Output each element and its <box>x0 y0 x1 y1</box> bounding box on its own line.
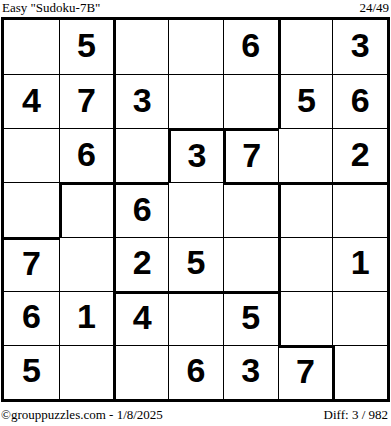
cell-r7c6: 7 <box>278 345 333 399</box>
copyright-text: ©grouppuzzles.com - 1/8/2025 <box>1 408 163 422</box>
cell-r2c2: 7 <box>59 74 114 128</box>
cell-r4c1[interactable] <box>4 182 59 236</box>
sudoku-board: 5634735663726725161455637 <box>1 17 390 402</box>
page-title: Easy "Sudoku-7B" <box>2 1 100 15</box>
cell-r5c6[interactable] <box>278 237 333 291</box>
cell-r5c5[interactable] <box>223 237 278 291</box>
cell-r6c2: 1 <box>59 291 114 345</box>
cell-r3c4: 3 <box>168 128 223 182</box>
cell-r1c4[interactable] <box>168 20 223 74</box>
cell-r4c2[interactable] <box>59 182 114 236</box>
cell-r6c1: 6 <box>4 291 59 345</box>
cell-r6c7[interactable] <box>332 291 387 345</box>
cell-r1c1[interactable] <box>4 20 59 74</box>
cell-r6c6[interactable] <box>278 291 333 345</box>
cell-r7c5: 3 <box>223 345 278 399</box>
cell-r3c7: 2 <box>332 128 387 182</box>
cell-r3c5: 7 <box>223 128 278 182</box>
cell-r5c1: 7 <box>4 237 59 291</box>
cell-r5c4: 5 <box>168 237 223 291</box>
cell-r6c4[interactable] <box>168 291 223 345</box>
cell-r6c5: 5 <box>223 291 278 345</box>
cell-r5c2[interactable] <box>59 237 114 291</box>
cell-r1c6[interactable] <box>278 20 333 74</box>
cell-r1c3[interactable] <box>113 20 168 74</box>
difficulty-text: Diff: 3 / 982 <box>324 408 388 422</box>
cell-r3c1[interactable] <box>4 128 59 182</box>
header: Easy "Sudoku-7B" 24/49 <box>0 0 391 17</box>
footer: ©grouppuzzles.com - 1/8/2025 Diff: 3 / 9… <box>0 402 391 422</box>
cell-r2c7: 6 <box>332 74 387 128</box>
cell-r4c5[interactable] <box>223 182 278 236</box>
cell-r2c5[interactable] <box>223 74 278 128</box>
cell-r3c3[interactable] <box>113 128 168 182</box>
cell-r3c6[interactable] <box>278 128 333 182</box>
cell-r7c3[interactable] <box>113 345 168 399</box>
cell-r3c2: 6 <box>59 128 114 182</box>
cell-r2c3: 3 <box>113 74 168 128</box>
puzzle-counter: 24/49 <box>359 1 389 15</box>
cell-r6c3: 4 <box>113 291 168 345</box>
cell-r1c7: 3 <box>332 20 387 74</box>
cell-r5c3: 2 <box>113 237 168 291</box>
cell-r1c2: 5 <box>59 20 114 74</box>
cell-r7c4: 6 <box>168 345 223 399</box>
cell-r7c1: 5 <box>4 345 59 399</box>
cell-r2c1: 4 <box>4 74 59 128</box>
cell-r7c7[interactable] <box>332 345 387 399</box>
cell-r5c7: 1 <box>332 237 387 291</box>
cell-r4c3: 6 <box>113 182 168 236</box>
cell-r2c6: 5 <box>278 74 333 128</box>
cell-r1c5: 6 <box>223 20 278 74</box>
cell-r4c7[interactable] <box>332 182 387 236</box>
cell-r4c6[interactable] <box>278 182 333 236</box>
cell-r2c4[interactable] <box>168 74 223 128</box>
cell-r7c2[interactable] <box>59 345 114 399</box>
cell-r4c4[interactable] <box>168 182 223 236</box>
